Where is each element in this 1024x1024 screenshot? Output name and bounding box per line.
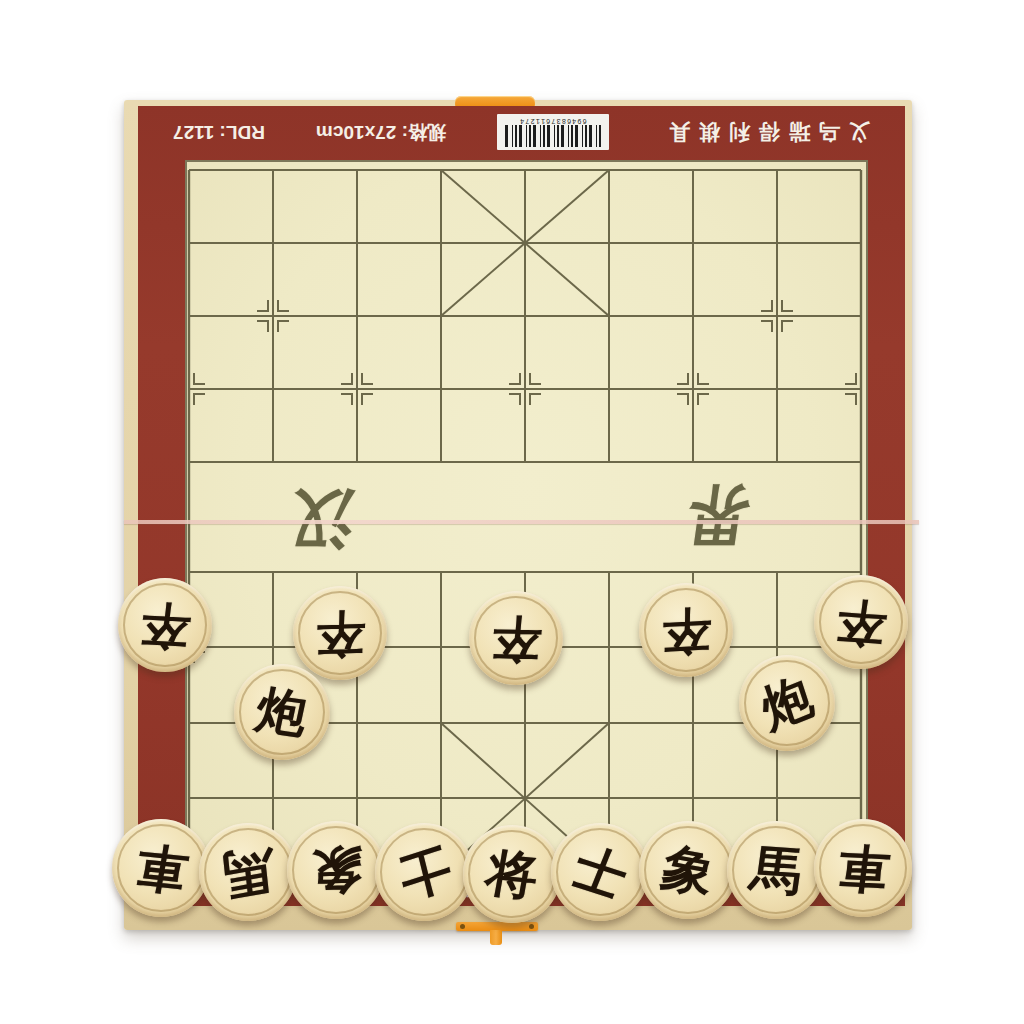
xiangqi-piece-chariot-file1[interactable]: 車: [112, 819, 210, 917]
piece-character: 卒: [138, 599, 193, 650]
piece-character: 車: [834, 841, 891, 894]
piece-character: 卒: [661, 604, 711, 656]
xiangqi-piece-chariot-file9[interactable]: 車: [814, 819, 912, 917]
latch-screw-icon: [460, 924, 465, 929]
xiangqi-piece-advisor-file4[interactable]: 士: [375, 823, 473, 921]
xiangqi-piece-horse-file2[interactable]: 馬: [199, 823, 297, 921]
piece-character: 将: [482, 846, 542, 902]
folded-xiangqi-box: 义乌瑞得利棋具 6946837611274 规格: 27x10cm RDL: 1…: [124, 100, 912, 930]
xiangqi-piece-elephant-file3[interactable]: 象: [287, 821, 385, 919]
piece-character: 象: [657, 841, 720, 899]
xiangqi-piece-soldier-file5[interactable]: 卒: [469, 591, 563, 685]
xiangqi-piece-soldier-file3[interactable]: 卒: [293, 586, 387, 680]
pieces-layer: 卒卒卒卒卒炮炮車馬象士将士象馬車: [138, 106, 905, 906]
xiangqi-piece-soldier-file7[interactable]: 卒: [639, 583, 733, 677]
xiangqi-piece-horse-file8[interactable]: 馬: [727, 821, 825, 919]
piece-character: 士: [394, 839, 455, 904]
bottom-latch-tab: [490, 930, 502, 945]
piece-character: 卒: [489, 613, 542, 663]
piece-character: 馬: [220, 842, 276, 902]
xiangqi-piece-elephant-file7[interactable]: 象: [639, 821, 737, 919]
product-photo: 义乌瑞得利棋具 6946837611274 规格: 27x10cm RDL: 1…: [0, 0, 1024, 1024]
piece-character: 卒: [833, 596, 889, 648]
piece-character: 車: [131, 840, 191, 896]
xiangqi-piece-cannon-file2[interactable]: 炮: [234, 664, 330, 760]
xiangqi-piece-cannon-file8[interactable]: 炮: [739, 655, 835, 751]
xiangqi-piece-soldier-file1[interactable]: 卒: [118, 578, 212, 672]
latch-screw-icon: [529, 924, 534, 929]
piece-character: 炮: [756, 670, 818, 736]
piece-character: 卒: [315, 608, 366, 659]
piece-character: 士: [566, 840, 634, 903]
xiangqi-piece-general-file5[interactable]: 将: [463, 825, 561, 923]
piece-character: 象: [310, 844, 363, 897]
piece-character: 炮: [252, 684, 312, 740]
piece-character: 馬: [747, 843, 805, 897]
board-face: 义乌瑞得利棋具 6946837611274 规格: 27x10cm RDL: 1…: [138, 106, 905, 906]
xiangqi-piece-soldier-file9[interactable]: 卒: [814, 575, 908, 669]
xiangqi-piece-advisor-file6[interactable]: 士: [551, 823, 649, 921]
